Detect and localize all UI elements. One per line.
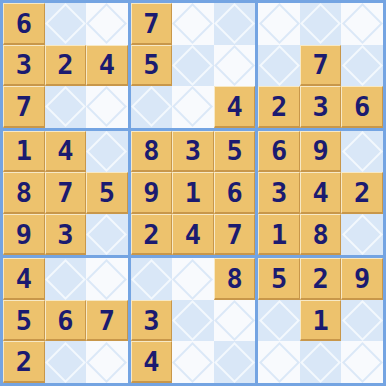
cell-r4c4[interactable]: 8 [131,131,173,173]
box-7: 45672 [3,258,128,383]
cell-r2c4[interactable]: 5 [131,45,173,87]
cell-r5c5[interactable]: 1 [172,172,214,214]
cell-r3c5[interactable] [172,86,214,128]
cell-r8c4[interactable]: 3 [131,300,173,342]
cell-r4c5[interactable]: 3 [172,131,214,173]
cell-r3c3[interactable] [86,86,128,128]
cell-r8c3[interactable]: 7 [86,300,128,342]
cell-r3c8[interactable]: 3 [300,86,342,128]
diamond-icon [172,86,213,127]
cell-r4c8[interactable]: 9 [300,131,342,173]
diamond-icon [214,3,255,44]
cell-r1c8[interactable] [300,3,342,45]
cell-r1c5[interactable] [172,3,214,45]
cell-r1c7[interactable] [258,3,300,45]
cell-r5c1[interactable]: 8 [3,172,45,214]
cell-r8c9[interactable] [341,300,383,342]
cell-r7c9[interactable]: 9 [341,258,383,300]
diamond-icon [172,342,213,383]
diamond-icon [86,131,127,172]
cell-r8c8[interactable]: 1 [300,300,342,342]
cell-r3c2[interactable] [45,86,87,128]
diamond-icon [259,300,300,341]
box-6: 6934218 [258,131,383,256]
diamond-icon [342,214,383,255]
diamond-icon [342,3,383,44]
diamond-icon [342,342,383,383]
cell-r8c6[interactable] [214,300,256,342]
cell-r3c7[interactable]: 2 [258,86,300,128]
cell-r1c3[interactable] [86,3,128,45]
diamond-icon [342,45,383,86]
cell-r7c2[interactable] [45,258,87,300]
cell-r4c9[interactable] [341,131,383,173]
cell-r2c2[interactable]: 2 [45,45,87,87]
cell-r2c6[interactable] [214,45,256,87]
cell-r9c3[interactable] [86,341,128,383]
cell-r7c3[interactable] [86,258,128,300]
diamond-icon [300,3,341,44]
sudoku-board: 6324775472361487593835916247693421845672… [0,0,386,386]
diamond-icon [45,86,86,127]
diamond-icon [131,259,172,300]
diamond-icon [172,45,213,86]
cell-r5c7[interactable]: 3 [258,172,300,214]
cell-r4c1[interactable]: 1 [3,131,45,173]
diamond-icon [86,214,127,255]
cell-r1c6[interactable] [214,3,256,45]
cell-r6c3[interactable] [86,214,128,256]
cell-r8c1[interactable]: 5 [3,300,45,342]
diamond-icon [86,86,127,127]
cell-r8c5[interactable] [172,300,214,342]
cell-r3c9[interactable]: 6 [341,86,383,128]
cell-r9c2[interactable] [45,341,87,383]
cell-r5c9[interactable]: 2 [341,172,383,214]
cell-r5c4[interactable]: 9 [131,172,173,214]
cell-r5c6[interactable]: 6 [214,172,256,214]
cell-r5c8[interactable]: 4 [300,172,342,214]
cell-r3c4[interactable] [131,86,173,128]
diamond-icon [86,259,127,300]
diamond-icon [45,3,86,44]
box-4: 1487593 [3,131,128,256]
box-5: 835916247 [131,131,256,256]
cell-r3c6[interactable]: 4 [214,86,256,128]
diamond-icon [86,342,127,383]
cell-r9c9[interactable] [341,341,383,383]
diamond-icon [214,45,255,86]
cell-r2c9[interactable] [341,45,383,87]
cell-r7c1[interactable]: 4 [3,258,45,300]
diamond-icon [172,300,213,341]
cell-r6c1[interactable]: 9 [3,214,45,256]
cell-r4c2[interactable]: 4 [45,131,87,173]
diamond-icon [131,86,172,127]
diamond-icon [86,3,127,44]
diamond-icon [259,45,300,86]
box-3: 7236 [258,3,383,128]
cell-r7c5[interactable] [172,258,214,300]
cell-r2c3[interactable]: 4 [86,45,128,87]
cell-r8c7[interactable] [258,300,300,342]
diamond-icon [214,342,255,383]
cell-r9c7[interactable] [258,341,300,383]
cell-r6c5[interactable]: 4 [172,214,214,256]
cell-r7c4[interactable] [131,258,173,300]
cell-r9c6[interactable] [214,341,256,383]
cell-r6c9[interactable] [341,214,383,256]
cell-r9c1[interactable]: 2 [3,341,45,383]
cell-r6c8[interactable]: 8 [300,214,342,256]
diamond-icon [259,342,300,383]
cell-r7c8[interactable]: 2 [300,258,342,300]
cell-r8c2[interactable]: 6 [45,300,87,342]
cell-r5c3[interactable]: 5 [86,172,128,214]
cell-r2c8[interactable]: 7 [300,45,342,87]
box-2: 754 [131,3,256,128]
cell-r4c6[interactable]: 5 [214,131,256,173]
cell-r7c7[interactable]: 5 [258,258,300,300]
diamond-icon [300,342,341,383]
diamond-icon [172,259,213,300]
diamond-icon [342,300,383,341]
cell-r2c5[interactable] [172,45,214,87]
box-9: 5291 [258,258,383,383]
cell-r9c5[interactable] [172,341,214,383]
diamond-icon [45,342,86,383]
box-8: 834 [131,258,256,383]
box-1: 63247 [3,3,128,128]
cell-r1c9[interactable] [341,3,383,45]
cell-r6c2[interactable]: 3 [45,214,87,256]
diamond-icon [214,300,255,341]
cell-r9c4[interactable]: 4 [131,341,173,383]
cell-r1c2[interactable] [45,3,87,45]
diamond-icon [259,3,300,44]
cell-r1c4[interactable]: 7 [131,3,173,45]
cell-r7c6[interactable]: 8 [214,258,256,300]
cell-r2c7[interactable] [258,45,300,87]
cell-r1c1[interactable]: 6 [3,3,45,45]
cell-r6c4[interactable]: 2 [131,214,173,256]
diamond-icon [342,131,383,172]
cell-r4c7[interactable]: 6 [258,131,300,173]
diamond-icon [45,259,86,300]
cell-r6c6[interactable]: 7 [214,214,256,256]
cell-r2c1[interactable]: 3 [3,45,45,87]
cell-r4c3[interactable] [86,131,128,173]
cell-r6c7[interactable]: 1 [258,214,300,256]
cell-r9c8[interactable] [300,341,342,383]
cell-r3c1[interactable]: 7 [3,86,45,128]
cell-r5c2[interactable]: 7 [45,172,87,214]
diamond-icon [172,3,213,44]
